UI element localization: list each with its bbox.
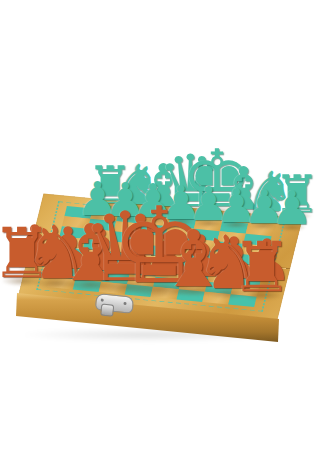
- clasp: [92, 293, 138, 323]
- piece-black-knight: ♞: [245, 165, 295, 220]
- piece-black-rook: ♜: [274, 169, 300, 221]
- chess-set-photo: ♜♞♝♛♚♝♞♜♟♟♟♟♟♟♟♟♟♟♟♟♟♟♟♟♜♞♝♛♚♝♞♜: [0, 0, 300, 457]
- clasp-knob: [100, 304, 114, 317]
